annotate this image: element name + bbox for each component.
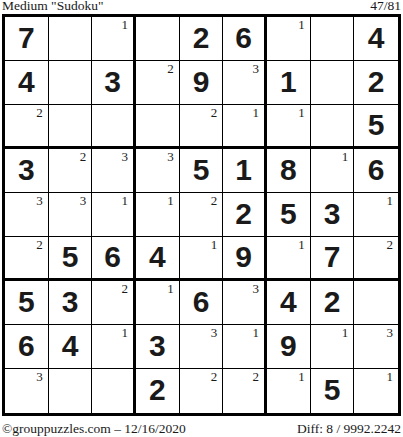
- sudoku-grid: 7126144329312221153233518163311225312564…: [2, 14, 401, 416]
- given-digit: 2: [149, 375, 166, 405]
- pencil-mark: 1: [298, 238, 305, 252]
- given-digit: 2: [368, 67, 385, 97]
- cell-r3c7[interactable]: 1: [267, 105, 311, 149]
- given-digit: 4: [149, 242, 166, 272]
- cell-r9c5[interactable]: 2: [180, 369, 224, 413]
- pencil-mark: 1: [167, 282, 174, 296]
- given-digit: 5: [193, 155, 210, 185]
- cell-r1c1[interactable]: 7: [5, 17, 49, 61]
- cell-r5c2[interactable]: 3: [49, 193, 93, 237]
- pencil-mark: 1: [387, 370, 394, 384]
- pencil-mark: 1: [211, 238, 218, 252]
- cell-r3c8[interactable]: [311, 105, 355, 149]
- footer: ©grouppuzzles.com – 12/16/2020 Diff: 8 /…: [2, 421, 401, 437]
- cell-r6c4[interactable]: 4: [136, 237, 180, 281]
- cell-r8c7[interactable]: 9: [267, 325, 311, 369]
- given-digit: 3: [149, 331, 166, 361]
- cell-r3c4[interactable]: [136, 105, 180, 149]
- cell-r3c3[interactable]: [92, 105, 136, 149]
- given-digit: 7: [18, 23, 35, 53]
- cell-r6c6[interactable]: 9: [223, 237, 267, 281]
- given-digit: 8: [280, 155, 297, 185]
- cell-r6c8[interactable]: 7: [311, 237, 355, 281]
- cell-r2c8[interactable]: [311, 61, 355, 105]
- cell-r3c1[interactable]: 2: [5, 105, 49, 149]
- given-digit: 4: [368, 23, 385, 53]
- pencil-mark: 3: [387, 326, 394, 340]
- cell-r3c6[interactable]: 1: [223, 105, 267, 149]
- cell-r8c1[interactable]: 6: [5, 325, 49, 369]
- header: Medium "Sudoku" 47/81: [2, 0, 401, 14]
- cell-r8c6[interactable]: 1: [223, 325, 267, 369]
- given-digit: 1: [280, 67, 297, 97]
- cell-r5c8[interactable]: 3: [311, 193, 355, 237]
- given-digit: 9: [193, 67, 210, 97]
- cell-r2c5[interactable]: 9: [180, 61, 224, 105]
- cell-r1c7[interactable]: 1: [267, 17, 311, 61]
- pencil-mark: 1: [122, 194, 129, 208]
- pencil-mark: 3: [167, 150, 174, 164]
- cell-r7c6[interactable]: 3: [223, 281, 267, 325]
- cell-r5c6[interactable]: 2: [223, 193, 267, 237]
- given-digit: 5: [280, 199, 297, 229]
- cell-r5c5[interactable]: 2: [180, 193, 224, 237]
- cell-r8c8[interactable]: 1: [311, 325, 355, 369]
- cell-r9c9[interactable]: 1: [354, 369, 398, 413]
- cell-r7c9[interactable]: [354, 281, 398, 325]
- pencil-mark: 2: [80, 150, 87, 164]
- pencil-mark: 1: [122, 326, 129, 340]
- cell-r6c1[interactable]: 2: [5, 237, 49, 281]
- cell-r2c7[interactable]: 1: [267, 61, 311, 105]
- copyright-text: ©grouppuzzles.com – 12/16/2020: [2, 421, 186, 437]
- given-digit: 4: [62, 331, 79, 361]
- cell-r7c3[interactable]: 2: [92, 281, 136, 325]
- given-digit: 2: [324, 287, 341, 317]
- cell-r8c3[interactable]: 1: [92, 325, 136, 369]
- cell-r9c3[interactable]: [92, 369, 136, 413]
- cell-r4c4[interactable]: 3: [136, 149, 180, 193]
- sudoku-page: Medium "Sudoku" 47/81 712614432931222115…: [0, 0, 403, 437]
- cell-r4c7[interactable]: 8: [267, 149, 311, 193]
- pencil-mark: 2: [167, 62, 174, 76]
- pencil-mark: 1: [298, 370, 305, 384]
- pencil-mark: 2: [253, 370, 260, 384]
- pencil-mark: 1: [298, 106, 305, 120]
- pencil-mark: 1: [253, 326, 260, 340]
- pencil-mark: 2: [122, 282, 129, 296]
- pencil-mark: 3: [211, 326, 218, 340]
- cell-r9c4[interactable]: 2: [136, 369, 180, 413]
- given-digit: 2: [235, 199, 252, 229]
- given-digit: 3: [324, 199, 341, 229]
- difficulty-text: Diff: 8 / 9992.2242: [297, 421, 401, 437]
- cell-r1c2[interactable]: [49, 17, 93, 61]
- cell-r2c9[interactable]: 2: [354, 61, 398, 105]
- given-digit: 6: [193, 287, 210, 317]
- cell-counter: 47/81: [370, 0, 401, 14]
- pencil-mark: 2: [211, 370, 218, 384]
- cell-r9c1[interactable]: 3: [5, 369, 49, 413]
- cell-r6c9[interactable]: 2: [354, 237, 398, 281]
- pencil-mark: 1: [387, 194, 394, 208]
- given-digit: 6: [18, 331, 35, 361]
- pencil-mark: 3: [253, 282, 260, 296]
- given-digit: 3: [104, 67, 121, 97]
- pencil-mark: 2: [211, 194, 218, 208]
- cell-r4c2[interactable]: 2: [49, 149, 93, 193]
- pencil-mark: 2: [211, 106, 218, 120]
- cell-r6c7[interactable]: 1: [267, 237, 311, 281]
- cell-r2c4[interactable]: 2: [136, 61, 180, 105]
- given-digit: 4: [280, 287, 297, 317]
- given-digit: 5: [62, 242, 79, 272]
- cell-r7c1[interactable]: 5: [5, 281, 49, 325]
- cell-r2c3[interactable]: 3: [92, 61, 136, 105]
- cell-r1c5[interactable]: 2: [180, 17, 224, 61]
- given-digit: 5: [368, 110, 385, 140]
- cell-r3c5[interactable]: 2: [180, 105, 224, 149]
- cell-r7c4[interactable]: 1: [136, 281, 180, 325]
- given-digit: 9: [280, 331, 297, 361]
- given-digit: 7: [324, 242, 341, 272]
- pencil-mark: 3: [253, 62, 260, 76]
- cell-r9c2[interactable]: [49, 369, 93, 413]
- pencil-mark: 2: [387, 238, 394, 252]
- cell-r1c4[interactable]: [136, 17, 180, 61]
- pencil-mark: 1: [253, 106, 260, 120]
- cell-r4c9[interactable]: 6: [354, 149, 398, 193]
- pencil-mark: 3: [36, 194, 43, 208]
- cell-r9c8[interactable]: 5: [311, 369, 355, 413]
- given-digit: 6: [104, 242, 121, 272]
- given-digit: 9: [235, 242, 252, 272]
- cell-r3c9[interactable]: 5: [354, 105, 398, 149]
- pencil-mark: 3: [80, 194, 87, 208]
- cell-r7c8[interactable]: 2: [311, 281, 355, 325]
- pencil-mark: 2: [36, 238, 43, 252]
- cell-r4c1[interactable]: 3: [5, 149, 49, 193]
- cell-r4c5[interactable]: 5: [180, 149, 224, 193]
- pencil-mark: 1: [342, 326, 349, 340]
- given-digit: 2: [193, 23, 210, 53]
- pencil-mark: 3: [36, 370, 43, 384]
- pencil-mark: 2: [36, 106, 43, 120]
- cell-r1c8[interactable]: [311, 17, 355, 61]
- pencil-mark: 1: [298, 18, 305, 32]
- puzzle-title: Medium "Sudoku": [2, 0, 103, 14]
- cell-r5c9[interactable]: 1: [354, 193, 398, 237]
- given-digit: 6: [235, 23, 252, 53]
- given-digit: 3: [62, 287, 79, 317]
- given-digit: 5: [324, 375, 341, 405]
- pencil-mark: 1: [167, 194, 174, 208]
- cell-r6c5[interactable]: 1: [180, 237, 224, 281]
- cell-r7c7[interactable]: 4: [267, 281, 311, 325]
- given-digit: 1: [235, 155, 252, 185]
- cell-r5c1[interactable]: 3: [5, 193, 49, 237]
- given-digit: 4: [18, 67, 35, 97]
- cell-r1c6[interactable]: 6: [223, 17, 267, 61]
- cell-r7c2[interactable]: 3: [49, 281, 93, 325]
- cell-r5c3[interactable]: 1: [92, 193, 136, 237]
- cell-r7c5[interactable]: 6: [180, 281, 224, 325]
- cell-r4c3[interactable]: 3: [92, 149, 136, 193]
- cell-r4c8[interactable]: 1: [311, 149, 355, 193]
- cell-r8c5[interactable]: 3: [180, 325, 224, 369]
- cell-r5c7[interactable]: 5: [267, 193, 311, 237]
- given-digit: 6: [368, 155, 385, 185]
- cell-r2c1[interactable]: 4: [5, 61, 49, 105]
- cell-r9c7[interactable]: 1: [267, 369, 311, 413]
- cell-r6c3[interactable]: 6: [92, 237, 136, 281]
- cell-r1c9[interactable]: 4: [354, 17, 398, 61]
- cell-r6c2[interactable]: 5: [49, 237, 93, 281]
- cell-r1c3[interactable]: 1: [92, 17, 136, 61]
- cell-r5c4[interactable]: 1: [136, 193, 180, 237]
- cell-r2c2[interactable]: [49, 61, 93, 105]
- cell-r3c2[interactable]: [49, 105, 93, 149]
- pencil-mark: 1: [342, 150, 349, 164]
- pencil-mark: 3: [122, 150, 129, 164]
- given-digit: 5: [18, 287, 35, 317]
- cell-r9c6[interactable]: 2: [223, 369, 267, 413]
- cell-r4c6[interactable]: 1: [223, 149, 267, 193]
- cell-r8c2[interactable]: 4: [49, 325, 93, 369]
- cell-r2c6[interactable]: 3: [223, 61, 267, 105]
- cell-r8c9[interactable]: 3: [354, 325, 398, 369]
- cell-r8c4[interactable]: 3: [136, 325, 180, 369]
- given-digit: 3: [18, 155, 35, 185]
- pencil-mark: 1: [122, 18, 129, 32]
